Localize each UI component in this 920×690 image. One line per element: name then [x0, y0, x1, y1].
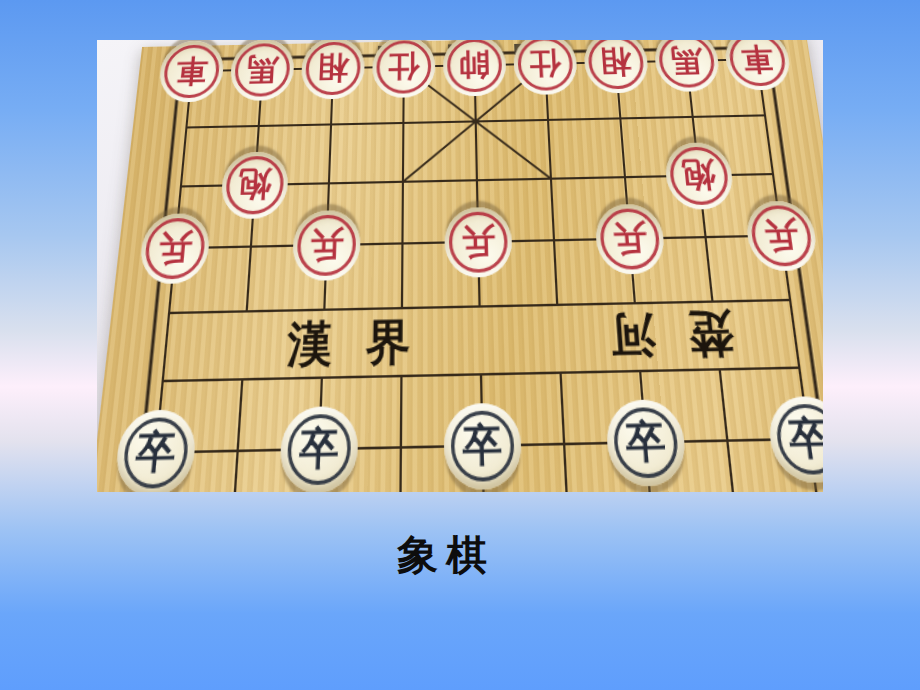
piece-character: 相 — [317, 53, 349, 84]
piece-red-elephant: 相 — [300, 40, 365, 100]
piece-red-general: 帥 — [443, 40, 507, 97]
piece-character: 兵 — [157, 230, 194, 266]
piece-red-soldier: 兵 — [744, 200, 821, 271]
piece-red-soldier: 兵 — [444, 207, 513, 278]
slide-caption: 象棋 — [0, 528, 906, 583]
piece-character: 卒 — [624, 420, 667, 465]
piece-red-horse: 馬 — [653, 40, 722, 92]
piece-character: 馬 — [246, 54, 279, 85]
photo-xiangqi-board: 漢界 楚河 車馬相仕帥仕相馬車炮炮兵兵兵兵兵卒卒卒卒卒 — [97, 40, 823, 492]
piece-character: 卒 — [298, 427, 339, 472]
piece-red-cannon: 炮 — [220, 151, 290, 219]
slide-background: { "game": "xiangqi", "caption": "象棋", "p… — [0, 0, 920, 690]
piece-red-soldier: 兵 — [138, 213, 212, 284]
piece-character: 兵 — [762, 218, 800, 254]
piece-character: 卒 — [786, 416, 823, 461]
piece-character: 仕 — [529, 48, 562, 79]
piece-red-chariot: 車 — [157, 40, 225, 102]
piece-character: 馬 — [669, 45, 704, 76]
piece-character: 兵 — [309, 227, 344, 263]
piece-character: 車 — [740, 44, 775, 75]
piece-red-soldier: 兵 — [291, 210, 361, 281]
piece-character: 卒 — [134, 430, 178, 475]
piece-red-chariot: 車 — [722, 40, 793, 91]
piece-red-advisor: 仕 — [372, 40, 435, 98]
piece-red-horse: 馬 — [229, 40, 296, 101]
piece-character: 帥 — [459, 50, 491, 81]
piece-red-soldier: 兵 — [594, 204, 667, 275]
piece-black-soldier: 卒 — [279, 406, 359, 492]
piece-character: 炮 — [237, 168, 272, 202]
piece-character: 卒 — [462, 423, 503, 468]
piece-black-soldier: 卒 — [605, 399, 689, 487]
piece-red-elephant: 相 — [583, 40, 650, 94]
piece-black-soldier: 卒 — [765, 396, 823, 484]
piece-character: 兵 — [461, 224, 495, 260]
board-cloth: 漢界 楚河 車馬相仕帥仕相馬車炮炮兵兵兵兵兵卒卒卒卒卒 — [97, 40, 823, 492]
piece-character: 仕 — [388, 51, 420, 82]
piece-character: 炮 — [681, 159, 717, 193]
piece-red-advisor: 仕 — [513, 40, 579, 95]
board-grid: 車馬相仕帥仕相馬車炮炮兵兵兵兵兵卒卒卒卒卒 — [97, 40, 823, 492]
piece-black-soldier: 卒 — [113, 409, 198, 492]
piece-character: 兵 — [612, 221, 648, 257]
piece-black-soldier: 卒 — [444, 402, 523, 490]
piece-character: 相 — [599, 47, 633, 78]
piece-character: 車 — [175, 56, 209, 87]
piece-red-cannon: 炮 — [663, 142, 736, 210]
